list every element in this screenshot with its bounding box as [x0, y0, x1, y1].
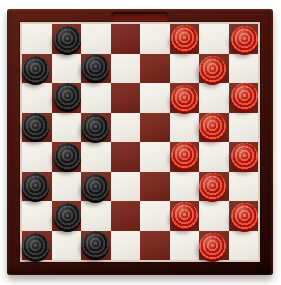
board-square[interactable]	[140, 113, 170, 143]
checker-black[interactable]: ⛂	[82, 114, 109, 141]
board-square[interactable]: ⛂	[22, 231, 52, 261]
checker-red[interactable]: ⛀	[199, 233, 226, 260]
board-square[interactable]	[140, 172, 170, 202]
board-square[interactable]: ⛀	[199, 113, 229, 143]
checker-black[interactable]: ⛂	[54, 143, 81, 170]
board-square[interactable]: ⛀	[199, 54, 229, 84]
board-square[interactable]	[140, 201, 170, 231]
board-square[interactable]: ⛀	[170, 142, 200, 172]
checker-red[interactable]: ⛀	[199, 113, 226, 140]
board-square[interactable]: ⛂	[52, 142, 82, 172]
board-square[interactable]: ⛂	[22, 54, 52, 84]
board-square[interactable]	[81, 201, 111, 231]
checker-red[interactable]: ⛀	[171, 25, 198, 52]
board-square[interactable]	[140, 54, 170, 84]
board-square[interactable]	[140, 83, 170, 113]
board-square[interactable]	[111, 54, 141, 84]
board-square[interactable]: ⛂	[81, 113, 111, 143]
board-square[interactable]: ⛂	[22, 172, 52, 202]
board-square[interactable]: ⛂	[52, 24, 82, 54]
board-square[interactable]	[111, 24, 141, 54]
board-square[interactable]: ⛂	[52, 83, 82, 113]
board-square[interactable]: ⛂	[81, 54, 111, 84]
board-square[interactable]	[140, 142, 170, 172]
board-square[interactable]	[52, 231, 82, 261]
product-photo: ⛂⛀⛀⛂⛂⛀⛂⛀⛀⛂⛂⛀⛂⛀⛀⛂⛂⛀⛂⛀⛀⛂⛂⛀	[0, 0, 281, 285]
board-square[interactable]: ⛀	[170, 83, 200, 113]
board-square[interactable]	[52, 113, 82, 143]
checker-black[interactable]: ⛂	[54, 83, 81, 110]
checker-black[interactable]: ⛂	[54, 26, 81, 53]
board-square[interactable]	[229, 172, 259, 202]
board-square[interactable]	[170, 54, 200, 84]
board-square[interactable]	[140, 24, 170, 54]
board-square[interactable]: ⛀	[199, 172, 229, 202]
board-square[interactable]	[199, 83, 229, 113]
checker-red[interactable]: ⛀	[171, 85, 198, 112]
board-square[interactable]	[229, 231, 259, 261]
board-square[interactable]: ⛂	[22, 113, 52, 143]
checker-black[interactable]: ⛂	[22, 233, 49, 260]
board-square[interactable]: ⛂	[81, 172, 111, 202]
board-square[interactable]	[52, 54, 82, 84]
board-square[interactable]: ⛀	[199, 231, 229, 261]
board-square[interactable]	[111, 231, 141, 261]
board-square[interactable]	[111, 201, 141, 231]
board-square[interactable]	[111, 172, 141, 202]
board-square[interactable]: ⛂	[81, 231, 111, 261]
checker-red[interactable]: ⛀	[171, 202, 198, 229]
checkers-board: ⛂⛀⛀⛂⛂⛀⛂⛀⛀⛂⛂⛀⛂⛀⛀⛂⛂⛀⛂⛀⛀⛂⛂⛀	[7, 9, 273, 275]
checker-red[interactable]: ⛀	[199, 173, 226, 200]
board-square[interactable]	[111, 83, 141, 113]
checker-red[interactable]: ⛀	[231, 26, 258, 53]
checker-red[interactable]: ⛀	[231, 83, 258, 110]
board-square[interactable]: ⛀	[229, 24, 259, 54]
board-square[interactable]	[22, 201, 52, 231]
board-square[interactable]	[52, 172, 82, 202]
board-square[interactable]: ⛂	[52, 201, 82, 231]
board-square[interactable]: ⛀	[170, 24, 200, 54]
checker-black[interactable]: ⛂	[82, 54, 109, 81]
board-square[interactable]: ⛀	[229, 83, 259, 113]
board-square[interactable]	[22, 142, 52, 172]
board-square[interactable]: ⛀	[170, 201, 200, 231]
board-square[interactable]	[22, 83, 52, 113]
board-square[interactable]	[81, 24, 111, 54]
board-square[interactable]	[22, 24, 52, 54]
checker-black[interactable]: ⛂	[22, 113, 49, 140]
board-square[interactable]	[170, 231, 200, 261]
board-square[interactable]	[229, 54, 259, 84]
board-square[interactable]: ⛀	[229, 142, 259, 172]
board-square[interactable]	[170, 113, 200, 143]
board-square[interactable]	[199, 201, 229, 231]
board-square[interactable]	[81, 142, 111, 172]
handle-groove	[111, 12, 169, 21]
board-square[interactable]	[199, 24, 229, 54]
board-square[interactable]	[199, 142, 229, 172]
checker-red[interactable]: ⛀	[231, 143, 258, 170]
checker-red[interactable]: ⛀	[199, 56, 226, 83]
checker-black[interactable]: ⛂	[22, 56, 49, 83]
board-square[interactable]	[81, 83, 111, 113]
checker-black[interactable]: ⛂	[54, 203, 81, 230]
board-square[interactable]	[170, 172, 200, 202]
checker-red[interactable]: ⛀	[231, 203, 258, 230]
board-square[interactable]	[140, 231, 170, 261]
board-grid: ⛂⛀⛀⛂⛂⛀⛂⛀⛀⛂⛂⛀⛂⛀⛀⛂⛂⛀⛂⛀⛀⛂⛂⛀	[20, 22, 260, 262]
board-square[interactable]	[229, 113, 259, 143]
board-square[interactable]: ⛀	[229, 201, 259, 231]
checker-black[interactable]: ⛂	[82, 231, 109, 258]
checker-black[interactable]: ⛂	[22, 173, 49, 200]
checker-red[interactable]: ⛀	[171, 142, 198, 169]
board-square[interactable]	[111, 142, 141, 172]
board-square[interactable]	[111, 113, 141, 143]
checker-black[interactable]: ⛂	[82, 174, 109, 201]
